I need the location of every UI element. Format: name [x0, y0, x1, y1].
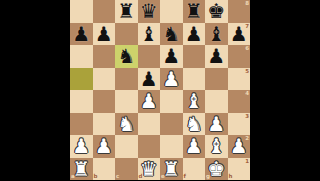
square-e8[interactable] [160, 0, 183, 23]
square-h2[interactable]: ♟2 [228, 135, 251, 158]
square-b6[interactable] [93, 45, 116, 68]
coord-rank-5: 5 [245, 69, 249, 75]
piece-black-rook-c8[interactable]: ♜ [117, 1, 135, 21]
piece-black-pawn-g6[interactable]: ♟ [207, 46, 225, 66]
coord-rank-8: 8 [245, 1, 249, 7]
piece-white-bishop-g2[interactable]: ♝ [207, 136, 225, 156]
square-a8[interactable] [70, 0, 93, 23]
piece-white-pawn-b2[interactable]: ♟ [95, 136, 113, 156]
square-e5[interactable]: ♟ [160, 68, 183, 91]
square-c2[interactable] [115, 135, 138, 158]
square-e3[interactable] [160, 113, 183, 136]
piece-white-pawn-d4[interactable]: ♟ [140, 91, 158, 111]
square-b1[interactable]: b [93, 158, 116, 181]
square-c8[interactable]: ♜ [115, 0, 138, 23]
square-a1[interactable]: ♜a [70, 158, 93, 181]
piece-white-pawn-e5[interactable]: ♟ [162, 68, 180, 88]
square-b5[interactable] [93, 68, 116, 91]
piece-white-rook-e1[interactable]: ♜ [162, 158, 180, 178]
coord-rank-1: 1 [245, 159, 249, 165]
square-c4[interactable] [115, 90, 138, 113]
square-h1[interactable]: 1h [228, 158, 251, 181]
piece-white-knight-c3[interactable]: ♞ [117, 113, 135, 133]
square-b8[interactable] [93, 0, 116, 23]
video-frame: ♜♛♜♚8♟♟♝♞♟♝♟7♞♟♟6♟♟5♟♝4♞♞♟3♟♟♟♝♟2♜abc♛d♜… [0, 0, 320, 180]
square-g4[interactable] [205, 90, 228, 113]
square-b4[interactable] [93, 90, 116, 113]
square-d2[interactable] [138, 135, 161, 158]
square-d1[interactable]: ♛d [138, 158, 161, 181]
square-f5[interactable] [183, 68, 206, 91]
piece-black-pawn-e6[interactable]: ♟ [162, 46, 180, 66]
square-f7[interactable]: ♟ [183, 23, 206, 46]
piece-black-knight-c6[interactable]: ♞ [117, 46, 135, 66]
piece-white-pawn-a2[interactable]: ♟ [72, 136, 90, 156]
coord-file-f: f [184, 174, 186, 180]
piece-white-knight-f3[interactable]: ♞ [185, 113, 203, 133]
piece-black-king-g8[interactable]: ♚ [207, 1, 225, 21]
piece-white-king-g1[interactable]: ♚ [207, 158, 225, 178]
square-h8[interactable]: 8 [228, 0, 251, 23]
square-h4[interactable]: 4 [228, 90, 251, 113]
piece-white-rook-a1[interactable]: ♜ [72, 158, 90, 178]
piece-black-pawn-f7[interactable]: ♟ [185, 23, 203, 43]
square-c5[interactable] [115, 68, 138, 91]
piece-white-pawn-h2[interactable]: ♟ [230, 136, 248, 156]
square-f1[interactable]: f [183, 158, 206, 181]
coord-rank-6: 6 [245, 46, 249, 52]
square-h6[interactable]: 6 [228, 45, 251, 68]
piece-black-rook-f8[interactable]: ♜ [185, 1, 203, 21]
square-d4[interactable]: ♟ [138, 90, 161, 113]
piece-black-pawn-h7[interactable]: ♟ [230, 23, 248, 43]
square-c3[interactable]: ♞ [115, 113, 138, 136]
square-g3[interactable]: ♟ [205, 113, 228, 136]
square-d3[interactable] [138, 113, 161, 136]
square-g8[interactable]: ♚ [205, 0, 228, 23]
square-f6[interactable] [183, 45, 206, 68]
piece-white-queen-d1[interactable]: ♛ [140, 158, 158, 178]
square-b2[interactable]: ♟ [93, 135, 116, 158]
square-a5[interactable] [70, 68, 93, 91]
piece-white-pawn-g3[interactable]: ♟ [207, 113, 225, 133]
square-a2[interactable]: ♟ [70, 135, 93, 158]
coord-file-c: c [116, 174, 119, 180]
square-h5[interactable]: 5 [228, 68, 251, 91]
square-g1[interactable]: ♚g [205, 158, 228, 181]
square-e1[interactable]: ♜e [160, 158, 183, 181]
square-a7[interactable]: ♟ [70, 23, 93, 46]
square-f4[interactable]: ♝ [183, 90, 206, 113]
square-e2[interactable] [160, 135, 183, 158]
square-a3[interactable] [70, 113, 93, 136]
square-c6[interactable]: ♞ [115, 45, 138, 68]
square-b7[interactable]: ♟ [93, 23, 116, 46]
piece-black-pawn-a7[interactable]: ♟ [72, 23, 90, 43]
square-h3[interactable]: 3 [228, 113, 251, 136]
piece-black-pawn-b7[interactable]: ♟ [95, 23, 113, 43]
square-b3[interactable] [93, 113, 116, 136]
piece-white-bishop-f4[interactable]: ♝ [185, 91, 203, 111]
piece-black-bishop-g7[interactable]: ♝ [207, 23, 225, 43]
coord-rank-3: 3 [245, 114, 249, 120]
square-g7[interactable]: ♝ [205, 23, 228, 46]
piece-black-knight-e7[interactable]: ♞ [162, 23, 180, 43]
square-f2[interactable]: ♟ [183, 135, 206, 158]
square-c1[interactable]: c [115, 158, 138, 181]
square-g6[interactable]: ♟ [205, 45, 228, 68]
square-a4[interactable] [70, 90, 93, 113]
square-e4[interactable] [160, 90, 183, 113]
piece-black-queen-d8[interactable]: ♛ [140, 1, 158, 21]
coord-file-h: h [229, 174, 233, 180]
square-c7[interactable] [115, 23, 138, 46]
square-d6[interactable] [138, 45, 161, 68]
square-d5[interactable]: ♟ [138, 68, 161, 91]
square-e7[interactable]: ♞ [160, 23, 183, 46]
square-e6[interactable]: ♟ [160, 45, 183, 68]
square-f8[interactable]: ♜ [183, 0, 206, 23]
square-d8[interactable]: ♛ [138, 0, 161, 23]
square-f3[interactable]: ♞ [183, 113, 206, 136]
chess-board: ♜♛♜♚8♟♟♝♞♟♝♟7♞♟♟6♟♟5♟♝4♞♞♟3♟♟♟♝♟2♜abc♛d♜… [70, 0, 250, 180]
piece-black-pawn-d5[interactable]: ♟ [140, 68, 158, 88]
square-d7[interactable]: ♝ [138, 23, 161, 46]
coord-rank-4: 4 [245, 91, 249, 97]
square-a6[interactable] [70, 45, 93, 68]
square-h7[interactable]: ♟7 [228, 23, 251, 46]
square-g5[interactable] [205, 68, 228, 91]
square-g2[interactable]: ♝ [205, 135, 228, 158]
piece-white-pawn-f2[interactable]: ♟ [185, 136, 203, 156]
piece-black-bishop-d7[interactable]: ♝ [140, 23, 158, 43]
coord-file-b: b [94, 174, 98, 180]
